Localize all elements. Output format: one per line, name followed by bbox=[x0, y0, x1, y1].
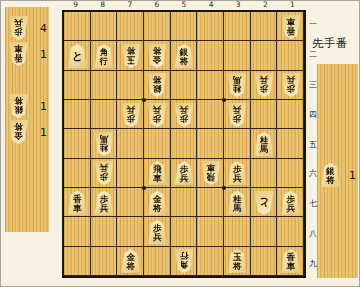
piece-kanji: 兵 bbox=[174, 105, 195, 114]
hoshi-dot bbox=[142, 98, 146, 102]
piece-kanji: 将 bbox=[174, 57, 195, 66]
file-label: 2 bbox=[252, 0, 279, 10]
piece-kanji: 兵 bbox=[147, 105, 168, 114]
piece-kanji: 馬 bbox=[254, 145, 275, 154]
board-cell[interactable] bbox=[91, 247, 118, 276]
file-label: 5 bbox=[170, 0, 197, 10]
turn-indicator: 先手番 bbox=[312, 36, 360, 51]
piece-kanji: 兵 bbox=[93, 163, 114, 172]
piece-kanji: 歩 bbox=[8, 27, 29, 36]
board-cell[interactable] bbox=[277, 217, 304, 246]
board-cell[interactable] bbox=[117, 12, 144, 41]
piece-kanji: 銀 bbox=[8, 105, 29, 114]
piece-kanji: 将 bbox=[8, 96, 29, 105]
piece-kanji: 兵 bbox=[280, 204, 301, 213]
shogi-piece-gote[interactable]: 香車 bbox=[8, 42, 29, 66]
board-cell[interactable] bbox=[197, 71, 224, 100]
hoshi-dot bbox=[222, 186, 226, 190]
shogi-piece-gote[interactable]: 銀将 bbox=[8, 94, 29, 118]
file-label: 9 bbox=[62, 0, 89, 10]
board-cell[interactable] bbox=[224, 129, 251, 158]
board-cell[interactable] bbox=[117, 159, 144, 188]
piece-kanji: 兵 bbox=[8, 18, 29, 27]
board-cell[interactable] bbox=[144, 12, 171, 41]
piece-kanji: 香 bbox=[8, 53, 29, 62]
board-cell[interactable] bbox=[64, 100, 91, 129]
board-cell[interactable] bbox=[117, 188, 144, 217]
piece-kanji: 行 bbox=[93, 57, 114, 66]
piece-kanji: 馬 bbox=[93, 134, 114, 143]
piece-kanji: 将 bbox=[320, 176, 341, 185]
hand-count: 1 bbox=[40, 48, 47, 61]
hand-count: 4 bbox=[40, 22, 47, 35]
board-cell[interactable] bbox=[171, 217, 198, 246]
piece-kanji: 行 bbox=[174, 251, 195, 260]
board-cell[interactable] bbox=[197, 41, 224, 70]
board-cell[interactable] bbox=[224, 12, 251, 41]
piece-kanji: 兵 bbox=[120, 105, 141, 114]
board-cell[interactable] bbox=[64, 71, 91, 100]
piece-kanji: 車 bbox=[147, 174, 168, 183]
board-cell[interactable] bbox=[117, 217, 144, 246]
piece-kanji: 将 bbox=[227, 262, 248, 271]
board-cell[interactable] bbox=[277, 100, 304, 129]
board-cell[interactable] bbox=[64, 12, 91, 41]
board-cell[interactable] bbox=[64, 129, 91, 158]
board-cell[interactable] bbox=[251, 247, 278, 276]
board-cell[interactable] bbox=[251, 41, 278, 70]
board-cell[interactable] bbox=[277, 41, 304, 70]
board-cell[interactable] bbox=[64, 247, 91, 276]
file-label: 3 bbox=[225, 0, 252, 10]
hand-entry-gote[interactable]: 金将1 bbox=[5, 120, 49, 144]
piece-kanji: 兵 bbox=[254, 75, 275, 84]
board-cell[interactable] bbox=[197, 247, 224, 276]
file-labels: 987654321 bbox=[62, 0, 306, 10]
piece-kanji: 車 bbox=[8, 44, 29, 53]
hoshi-dot bbox=[142, 186, 146, 190]
file-label: 8 bbox=[89, 0, 116, 10]
piece-kanji: 将 bbox=[8, 122, 29, 131]
board-cell[interactable] bbox=[171, 129, 198, 158]
piece-kanji: 車 bbox=[280, 17, 301, 26]
piece-kanji: 将 bbox=[120, 46, 141, 55]
board-cell[interactable] bbox=[251, 159, 278, 188]
board-cell[interactable] bbox=[277, 129, 304, 158]
file-label: 7 bbox=[116, 0, 143, 10]
piece-kanji: 将 bbox=[147, 204, 168, 213]
board-cell[interactable] bbox=[117, 129, 144, 158]
board-cell[interactable] bbox=[197, 100, 224, 129]
piece-kanji: 兵 bbox=[93, 204, 114, 213]
board-cell[interactable] bbox=[224, 41, 251, 70]
piece-kanji: 将 bbox=[147, 75, 168, 84]
piece-kanji: 兵 bbox=[227, 174, 248, 183]
gote-komadai: 歩兵4香車1銀将1金将1 bbox=[5, 7, 49, 232]
board-cell[interactable] bbox=[171, 12, 198, 41]
board-cell[interactable] bbox=[171, 188, 198, 217]
board-cell[interactable] bbox=[251, 100, 278, 129]
hand-entry-sente[interactable]: 銀将1 bbox=[317, 163, 358, 187]
piece-kanji: 兵 bbox=[147, 233, 168, 242]
piece-kanji: 金 bbox=[8, 131, 29, 140]
file-label: 1 bbox=[279, 0, 306, 10]
shogi-diagram: 歩兵4香車1銀将1金将1 987654321 香車と角行玉将金将銀将銀将桂馬歩兵… bbox=[0, 0, 360, 287]
hand-entry-gote[interactable]: 歩兵4 bbox=[5, 16, 49, 40]
piece-kanji: 車 bbox=[280, 262, 301, 271]
shogi-piece-gote[interactable]: 歩兵 bbox=[8, 16, 29, 40]
shogi-piece-gote[interactable]: 金将 bbox=[8, 120, 29, 144]
board-cell[interactable] bbox=[91, 12, 118, 41]
board-cell[interactable] bbox=[251, 217, 278, 246]
board-cell[interactable] bbox=[64, 217, 91, 246]
hand-entry-gote[interactable]: 銀将1 bbox=[5, 94, 49, 118]
file-label: 4 bbox=[198, 0, 225, 10]
board-cell[interactable] bbox=[171, 71, 198, 100]
piece-kanji: 車 bbox=[200, 163, 221, 172]
piece-kanji: 馬 bbox=[227, 75, 248, 84]
board-cell[interactable] bbox=[144, 129, 171, 158]
board-cell[interactable] bbox=[64, 159, 91, 188]
board-cell[interactable] bbox=[251, 12, 278, 41]
board: 香車と角行玉将金将銀将銀将桂馬歩兵歩兵歩兵歩兵歩兵歩兵桂馬桂馬歩兵飛車歩兵飛車歩… bbox=[62, 10, 306, 278]
board-cell[interactable] bbox=[91, 100, 118, 129]
board-cell[interactable] bbox=[197, 217, 224, 246]
shogi-piece-sente[interactable]: 銀将 bbox=[320, 163, 341, 187]
board-cell[interactable] bbox=[224, 217, 251, 246]
hand-count: 1 bbox=[349, 169, 356, 182]
board-cell[interactable] bbox=[91, 217, 118, 246]
file-label: 6 bbox=[143, 0, 170, 10]
piece-kanji: 将 bbox=[147, 46, 168, 55]
piece-kanji: 馬 bbox=[227, 204, 248, 213]
board-cell[interactable] bbox=[197, 129, 224, 158]
board-cell[interactable] bbox=[197, 188, 224, 217]
piece-kanji: 車 bbox=[67, 204, 88, 213]
piece-kanji: 兵 bbox=[280, 75, 301, 84]
board-cell[interactable] bbox=[144, 247, 171, 276]
hoshi-dot bbox=[222, 98, 226, 102]
board-cell[interactable] bbox=[197, 12, 224, 41]
sente-komadai: 銀将1 bbox=[317, 64, 358, 278]
hand-count: 1 bbox=[40, 126, 47, 139]
hand-count: 1 bbox=[40, 100, 47, 113]
board-cell[interactable] bbox=[117, 71, 144, 100]
board-cell[interactable] bbox=[91, 71, 118, 100]
hand-entry-gote[interactable]: 香車1 bbox=[5, 42, 49, 66]
piece-kanji: 将 bbox=[120, 262, 141, 271]
board-cell[interactable] bbox=[277, 159, 304, 188]
piece-kanji: 兵 bbox=[174, 174, 195, 183]
piece-kanji: 兵 bbox=[227, 105, 248, 114]
